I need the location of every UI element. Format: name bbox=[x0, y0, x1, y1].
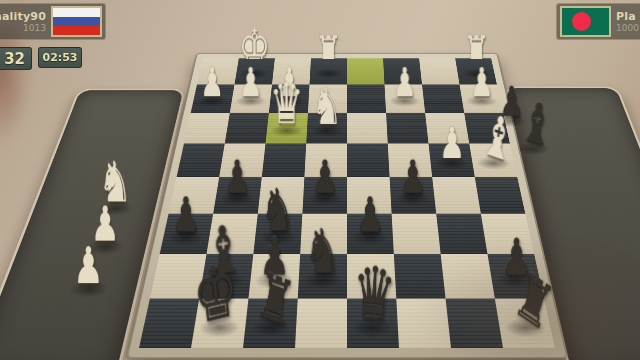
square-d6[interactable] bbox=[347, 214, 394, 254]
square-c4[interactable] bbox=[388, 143, 432, 177]
square-h6[interactable] bbox=[160, 214, 213, 254]
square-f4[interactable] bbox=[262, 143, 306, 177]
square-h3[interactable] bbox=[184, 113, 230, 144]
square-f1[interactable] bbox=[272, 58, 311, 84]
square-e3[interactable] bbox=[306, 113, 347, 144]
square-h8[interactable] bbox=[139, 299, 199, 348]
square-a5[interactable] bbox=[475, 177, 526, 214]
square-b6[interactable] bbox=[436, 214, 487, 254]
square-a4[interactable] bbox=[469, 143, 517, 177]
square-a6[interactable] bbox=[481, 214, 534, 254]
square-e1[interactable] bbox=[309, 58, 347, 84]
square-f6[interactable] bbox=[253, 214, 302, 254]
square-f3[interactable] bbox=[265, 113, 307, 144]
square-d1[interactable] bbox=[347, 58, 385, 84]
square-f2[interactable] bbox=[269, 84, 310, 112]
square-g3[interactable] bbox=[225, 113, 269, 144]
square-e6[interactable] bbox=[300, 214, 347, 254]
square-d7[interactable] bbox=[347, 254, 396, 299]
square-a3[interactable] bbox=[464, 113, 510, 144]
square-c8[interactable] bbox=[396, 299, 451, 348]
square-h1[interactable] bbox=[197, 58, 239, 84]
square-e8[interactable] bbox=[295, 299, 347, 348]
square-e5[interactable] bbox=[302, 177, 347, 214]
square-h4[interactable] bbox=[177, 143, 225, 177]
square-h7[interactable] bbox=[150, 254, 207, 299]
square-g6[interactable] bbox=[207, 214, 258, 254]
square-b3[interactable] bbox=[425, 113, 469, 144]
player-rating: 1000 bbox=[616, 23, 639, 33]
square-b7[interactable] bbox=[441, 254, 495, 299]
square-b8[interactable] bbox=[446, 299, 503, 348]
square-a8[interactable] bbox=[495, 299, 555, 348]
square-f7[interactable] bbox=[248, 254, 300, 299]
game-screen: ♚♛♜♜♝♞♟♟♟♟♟♟♚♛♜♜♝♞♞♟♟♟♟♟♟♟♞♟♟♟♝ mality90… bbox=[0, 0, 640, 360]
chess-board[interactable] bbox=[139, 58, 555, 348]
square-c6[interactable] bbox=[392, 214, 441, 254]
square-d8[interactable] bbox=[347, 299, 399, 348]
square-g8[interactable] bbox=[191, 299, 248, 348]
square-e2[interactable] bbox=[308, 84, 347, 112]
clock-secondary: 02:53 bbox=[38, 47, 82, 68]
square-g7[interactable] bbox=[199, 254, 253, 299]
square-e7[interactable] bbox=[298, 254, 347, 299]
square-c7[interactable] bbox=[394, 254, 446, 299]
square-g1[interactable] bbox=[234, 58, 274, 84]
square-d2[interactable] bbox=[347, 84, 386, 112]
square-f5[interactable] bbox=[258, 177, 305, 214]
square-e4[interactable] bbox=[304, 143, 347, 177]
square-h2[interactable] bbox=[191, 84, 235, 112]
square-b1[interactable] bbox=[419, 58, 459, 84]
square-g4[interactable] bbox=[219, 143, 265, 177]
square-a2[interactable] bbox=[460, 84, 504, 112]
board-scene: ♚♛♜♜♝♞♟♟♟♟♟♟♚♛♜♜♝♞♞♟♟♟♟♟♟♟♞♟♟♟♝ bbox=[139, 0, 555, 348]
square-d3[interactable] bbox=[347, 113, 388, 144]
player-name: Pla bbox=[616, 10, 636, 23]
square-a7[interactable] bbox=[487, 254, 544, 299]
square-g5[interactable] bbox=[213, 177, 262, 214]
clock-main: 32 bbox=[0, 47, 32, 70]
square-c5[interactable] bbox=[390, 177, 437, 214]
background-blur-blob bbox=[0, 26, 32, 146]
square-c2[interactable] bbox=[385, 84, 426, 112]
square-a1[interactable] bbox=[455, 58, 497, 84]
square-c3[interactable] bbox=[386, 113, 428, 144]
square-g2[interactable] bbox=[230, 84, 272, 112]
player-name: mality90 bbox=[0, 10, 46, 23]
square-d4[interactable] bbox=[347, 143, 390, 177]
player-rating: 1013 bbox=[23, 23, 46, 33]
square-b4[interactable] bbox=[429, 143, 475, 177]
player-panel-self: Pla 1000 bbox=[556, 3, 640, 40]
square-h5[interactable] bbox=[169, 177, 220, 214]
player-panel-opponent: mality90 1013 bbox=[0, 3, 106, 40]
square-f8[interactable] bbox=[243, 299, 298, 348]
russia-flag-icon bbox=[51, 6, 102, 37]
white-pawn-captured: ♟ bbox=[64, 170, 113, 291]
square-d5[interactable] bbox=[347, 177, 392, 214]
square-b2[interactable] bbox=[422, 84, 464, 112]
square-b5[interactable] bbox=[432, 177, 481, 214]
square-c1[interactable] bbox=[383, 58, 422, 84]
bangladesh-flag-icon bbox=[560, 6, 611, 37]
